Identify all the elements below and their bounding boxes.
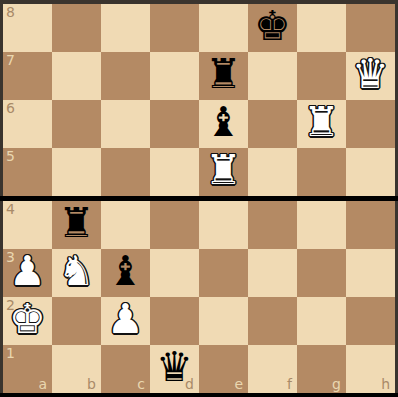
square-c8[interactable] <box>101 4 150 52</box>
board-bottom-border <box>0 393 398 397</box>
square-a4[interactable]: 4 <box>3 201 52 249</box>
square-g3[interactable] <box>297 249 346 297</box>
square-h1[interactable]: h <box>346 345 395 393</box>
square-b3[interactable]: ♞ <box>52 249 101 297</box>
white-king-a2[interactable]: ♚ <box>9 299 46 340</box>
file-label-a: a <box>38 376 47 392</box>
square-c7[interactable] <box>101 52 150 100</box>
square-d5[interactable] <box>150 148 199 196</box>
square-f1[interactable]: f <box>248 345 297 393</box>
file-label-g: g <box>332 376 341 392</box>
square-a3[interactable]: 3♟ <box>3 249 52 297</box>
square-e4[interactable] <box>199 201 248 249</box>
rank-label-6: 6 <box>6 100 15 116</box>
square-b6[interactable] <box>52 100 101 148</box>
square-h6[interactable] <box>346 100 395 148</box>
square-c5[interactable] <box>101 148 150 196</box>
square-h8[interactable] <box>346 4 395 52</box>
square-f5[interactable] <box>248 148 297 196</box>
black-king-f8[interactable]: ♚ <box>254 6 291 47</box>
square-e8[interactable] <box>199 4 248 52</box>
square-b7[interactable] <box>52 52 101 100</box>
square-g8[interactable] <box>297 4 346 52</box>
white-rook-e5[interactable]: ♜ <box>205 150 242 191</box>
white-queen-h7[interactable]: ♛ <box>352 54 389 95</box>
square-d6[interactable] <box>150 100 199 148</box>
square-c3[interactable]: ♝ <box>101 249 150 297</box>
square-h2[interactable] <box>346 297 395 345</box>
square-a7[interactable]: 7 <box>3 52 52 100</box>
rank-label-8: 8 <box>6 4 15 20</box>
square-d8[interactable] <box>150 4 199 52</box>
square-b4[interactable]: ♜ <box>52 201 101 249</box>
square-g4[interactable] <box>297 201 346 249</box>
black-rook-b4[interactable]: ♜ <box>58 203 95 244</box>
rank-label-5: 5 <box>6 148 15 164</box>
file-label-e: e <box>234 376 243 392</box>
square-e3[interactable] <box>199 249 248 297</box>
file-label-c: c <box>137 376 145 392</box>
square-a1[interactable]: 1a <box>3 345 52 393</box>
white-pawn-c2[interactable]: ♟ <box>107 299 144 340</box>
square-f7[interactable] <box>248 52 297 100</box>
square-d1[interactable]: d♛ <box>150 345 199 393</box>
square-h7[interactable]: ♛ <box>346 52 395 100</box>
board-upper-half: 8♚7♜♛6♝♜5♜ <box>3 4 395 196</box>
black-queen-d1[interactable]: ♛ <box>156 347 193 388</box>
rank-label-4: 4 <box>6 201 15 217</box>
white-rook-g6[interactable]: ♜ <box>303 102 340 143</box>
white-pawn-a3[interactable]: ♟ <box>9 251 46 292</box>
square-h3[interactable] <box>346 249 395 297</box>
black-bishop-c3[interactable]: ♝ <box>107 251 144 292</box>
white-knight-b3[interactable]: ♞ <box>58 251 95 292</box>
board-lower-half: 4♜3♟♞♝2♚♟1abcd♛efgh <box>3 201 395 393</box>
board-divider-line <box>0 196 398 201</box>
square-a2[interactable]: 2♚ <box>3 297 52 345</box>
square-d4[interactable] <box>150 201 199 249</box>
rank-label-7: 7 <box>6 52 15 68</box>
square-e1[interactable]: e <box>199 345 248 393</box>
square-b2[interactable] <box>52 297 101 345</box>
square-f4[interactable] <box>248 201 297 249</box>
file-label-f: f <box>287 376 292 392</box>
square-e2[interactable] <box>199 297 248 345</box>
black-rook-e7[interactable]: ♜ <box>205 54 242 95</box>
square-c4[interactable] <box>101 201 150 249</box>
square-a6[interactable]: 6 <box>3 100 52 148</box>
black-bishop-e6[interactable]: ♝ <box>205 102 242 143</box>
file-label-b: b <box>87 376 96 392</box>
square-b5[interactable] <box>52 148 101 196</box>
square-f3[interactable] <box>248 249 297 297</box>
square-c6[interactable] <box>101 100 150 148</box>
square-e6[interactable]: ♝ <box>199 100 248 148</box>
square-e7[interactable]: ♜ <box>199 52 248 100</box>
square-a5[interactable]: 5 <box>3 148 52 196</box>
square-h5[interactable] <box>346 148 395 196</box>
square-g2[interactable] <box>297 297 346 345</box>
square-a8[interactable]: 8 <box>3 4 52 52</box>
square-f2[interactable] <box>248 297 297 345</box>
chess-board: 8♚7♜♛6♝♜5♜ 4♜3♟♞♝2♚♟1abcd♛efgh <box>0 0 398 397</box>
square-g6[interactable]: ♜ <box>297 100 346 148</box>
square-f8[interactable]: ♚ <box>248 4 297 52</box>
square-b1[interactable]: b <box>52 345 101 393</box>
square-g5[interactable] <box>297 148 346 196</box>
square-d2[interactable] <box>150 297 199 345</box>
rank-label-1: 1 <box>6 345 15 361</box>
square-g1[interactable]: g <box>297 345 346 393</box>
square-d3[interactable] <box>150 249 199 297</box>
square-e5[interactable]: ♜ <box>199 148 248 196</box>
square-d7[interactable] <box>150 52 199 100</box>
square-g7[interactable] <box>297 52 346 100</box>
square-h4[interactable] <box>346 201 395 249</box>
square-b8[interactable] <box>52 4 101 52</box>
square-f6[interactable] <box>248 100 297 148</box>
square-c1[interactable]: c <box>101 345 150 393</box>
square-c2[interactable]: ♟ <box>101 297 150 345</box>
file-label-h: h <box>381 376 390 392</box>
